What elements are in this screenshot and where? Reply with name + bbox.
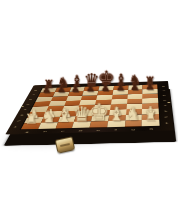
- piece-black-pawn: ♟: [115, 82, 124, 92]
- file-labels-front-label: d: [78, 129, 82, 132]
- square-h7: ♟: [143, 89, 158, 94]
- rank-labels-right-label: 7: [162, 90, 165, 92]
- piece-black-pawn: ♟: [56, 84, 65, 94]
- piece-black-pawn: ♟: [42, 84, 51, 94]
- hinge-pin-icon: [167, 102, 170, 103]
- file-labels-front-label: g: [131, 128, 135, 131]
- piece-white-rook: ♜: [25, 112, 38, 126]
- rank-labels-left-label: 6: [29, 99, 33, 101]
- piece-black-pawn: ♟: [101, 82, 110, 92]
- rank-labels-right-label: 5: [163, 100, 166, 102]
- square-f6: [112, 94, 128, 99]
- rank-labels-left-label: 7: [32, 94, 35, 96]
- piece-white-bishop: ♝: [108, 105, 125, 124]
- piece-black-pawn: ♟: [145, 81, 154, 91]
- file-labels-front-label: e: [96, 129, 100, 132]
- rank-labels-left-label: 2: [17, 120, 21, 122]
- piece-white-king: ♚: [89, 101, 110, 124]
- brass-clasp: [55, 136, 76, 153]
- rank-labels-left-label: 5: [26, 104, 30, 106]
- file-labels-front-label: f: [115, 128, 117, 130]
- board-frame: abcdefgh abcdefgh 87654321 87654321 ♜♞♝♛…: [5, 81, 173, 134]
- rank-labels-right-label: 3: [164, 110, 167, 112]
- piece-white-bishop: ♝: [56, 107, 73, 125]
- rank-labels-left-label: 3: [20, 114, 24, 116]
- piece-black-pawn: ♟: [71, 83, 80, 93]
- rank-labels-left-label: 1: [13, 126, 17, 128]
- file-labels-front-label: h: [150, 127, 154, 130]
- file-labels-front-label: a: [25, 130, 30, 133]
- rank-labels-right-label: 2: [164, 116, 167, 118]
- piece-white-rook: ♜: [144, 109, 157, 123]
- rank-labels-left-label: 8: [34, 89, 37, 90]
- square-c1: ♝: [55, 122, 74, 129]
- file-labels-front-label: b: [43, 130, 48, 133]
- rank-labels-right-label: 6: [163, 95, 166, 97]
- piece-black-pawn: ♟: [86, 83, 95, 93]
- chess-board: abcdefgh abcdefgh 87654321 87654321 ♜♞♝♛…: [5, 81, 173, 134]
- board-grid: ♜♞♝♛♚♝♞♜♟♟♟♟♟♟♟♟♟♟♟♟♟♟♟♟♜♞♝♛♚♝♞♜: [20, 84, 161, 129]
- rank-labels-right-label: 4: [164, 105, 167, 107]
- file-labels-front-label: c: [61, 130, 65, 133]
- piece-white-knight: ♞: [126, 107, 141, 123]
- square-e1: ♚: [90, 121, 108, 128]
- piece-black-pawn: ♟: [130, 81, 139, 91]
- square-h1: ♜: [142, 120, 160, 127]
- rank-labels-right-label: 1: [165, 122, 168, 124]
- piece-white-knight: ♞: [41, 109, 56, 125]
- rank-labels-right-label: 8: [162, 86, 165, 87]
- square-g1: ♞: [124, 120, 142, 127]
- chess-set-product-photo: abcdefgh abcdefgh 87654321 87654321 ♜♞♝♛…: [0, 0, 178, 222]
- square-f1: ♝: [107, 121, 125, 128]
